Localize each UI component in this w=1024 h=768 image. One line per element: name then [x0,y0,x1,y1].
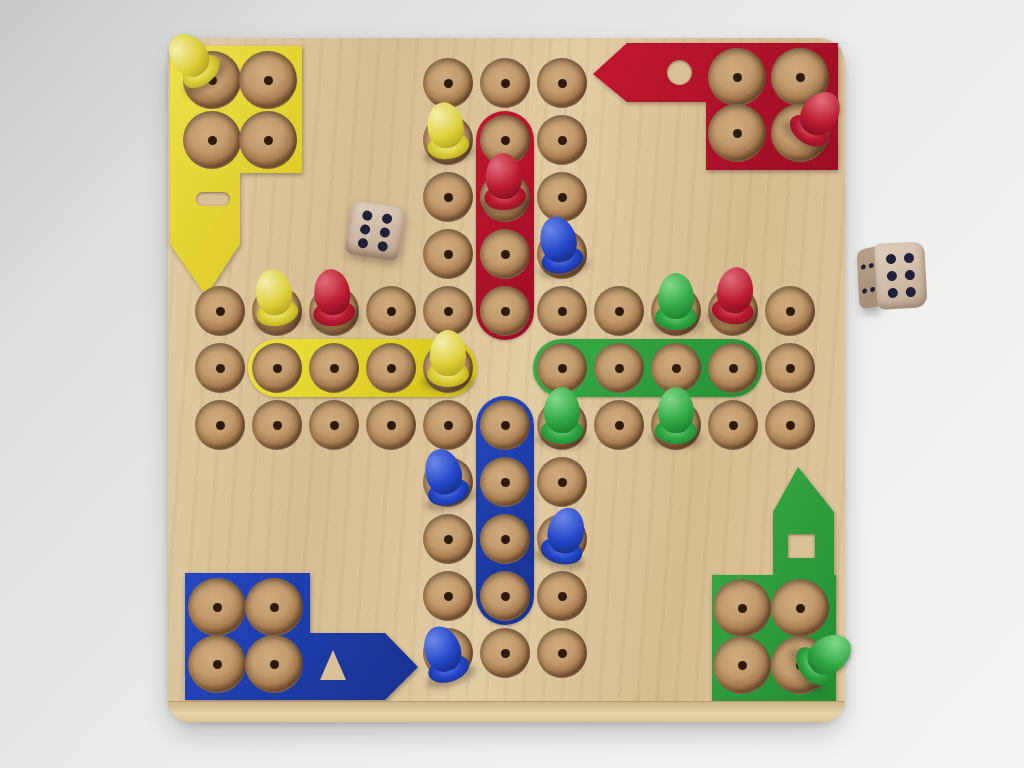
board-hole-r8c7 [537,457,587,507]
home-hole-yellow-2 [239,51,297,109]
peg-head [544,387,580,433]
peg-blue-r9c7[interactable] [537,503,593,569]
board-edge [168,701,845,722]
board-hole-r7c5 [423,400,473,450]
board-hole-r11c7 [537,628,587,678]
board-hole-r6c3 [309,343,359,393]
table-surface [0,0,1024,768]
board-hole-r7c8 [594,400,644,450]
board-hole-r4c5 [423,229,473,279]
die-on-board[interactable] [344,200,406,262]
home-base-green [710,465,838,705]
die-pip [887,271,898,282]
peg-green-r7c7[interactable] [540,387,584,445]
home-hole-blue-4 [245,635,303,693]
peg-head [658,273,694,319]
home-hole-yellow-4 [239,111,297,169]
board-hole-r5c8 [594,286,644,336]
home-hole-red-1 [708,48,766,106]
board-hole-r5c6 [480,286,530,336]
die-pip [886,254,897,265]
board-hole-r5c7 [537,286,587,336]
board-hole-r5c11 [765,286,815,336]
board-hole-r7c2 [252,400,302,450]
die-pip [379,227,390,238]
board-hole-r10c6 [480,571,530,621]
die-pip [862,288,867,294]
home-hole-blue-1 [188,578,246,636]
board-hole-r7c10 [708,400,758,450]
peg-green-r7c9[interactable] [654,387,698,445]
board-hole-r1c7 [537,58,587,108]
home-base-blue [183,571,433,702]
home-hole-green-2 [771,579,829,637]
board-hole-r11c6 [480,628,530,678]
home-hole-yellow-3 [183,111,241,169]
die-pip [362,210,373,221]
board-hole-r10c7 [537,571,587,621]
die-pip [888,288,899,299]
die-on-table[interactable] [856,241,928,314]
green-square-cutout-icon [788,534,815,558]
board-hole-r1c6 [480,58,530,108]
board-hole-r6c8 [594,343,644,393]
die-top-face [874,241,927,310]
home-base-yellow [170,46,304,298]
peg-blue-r8c5[interactable] [416,444,474,511]
die-pip [906,287,917,298]
peg-head [430,330,466,376]
board-hole-r3c5 [423,172,473,222]
die-pip [357,238,368,249]
board-hole-r10c5 [423,571,473,621]
home-hole-green-1 [713,579,771,637]
red-circle-cutout-icon [667,60,692,85]
board-hole-r5c1 [195,286,245,336]
die-pip [360,224,371,235]
die-pip [904,253,915,264]
board-hole-r6c7 [537,343,587,393]
peg-yellow-r2c5[interactable] [420,99,472,163]
board-hole-r6c1 [195,343,245,393]
home-hole-blue-2 [245,578,303,636]
ludo-board [168,38,845,722]
peg-red-r5c3[interactable] [308,267,358,329]
die-pip [381,213,392,224]
board-hole-r5c4 [366,286,416,336]
die-pip [870,286,875,292]
peg-yellow-r6c5[interactable] [426,330,470,388]
board-hole-r7c6 [480,400,530,450]
board-hole-r6c4 [366,343,416,393]
peg-red-r5c10[interactable] [709,265,760,328]
die-pip [869,263,874,269]
board-hole-r7c4 [366,400,416,450]
board-hole-r7c3 [309,400,359,450]
board-hole-r6c11 [765,343,815,393]
peg-red-r3c6[interactable] [480,152,528,213]
peg-head [484,152,523,200]
die-pip [377,241,388,252]
home-hole-red-3 [708,104,766,162]
home-hole-green-3 [713,636,771,694]
board-hole-r7c1 [195,400,245,450]
board-hole-r6c10 [708,343,758,393]
board-hole-r9c5 [423,514,473,564]
die-pip [861,264,866,270]
board-hole-r5c5 [423,286,473,336]
board-hole-r6c9 [651,343,701,393]
yellow-slot-cutout-icon [196,192,230,206]
board-hole-r6c2 [252,343,302,393]
board-hole-r9c6 [480,514,530,564]
home-base-red [593,42,838,172]
peg-blue-r4c7[interactable] [532,212,587,278]
board-hole-r8c6 [480,457,530,507]
die-pip [905,270,916,281]
peg-head [658,387,694,433]
board-hole-r4c6 [480,229,530,279]
board-hole-r2c7 [537,115,587,165]
home-hole-blue-3 [188,635,246,693]
board-hole-r7c11 [765,400,815,450]
peg-green-r5c9[interactable] [654,273,698,331]
